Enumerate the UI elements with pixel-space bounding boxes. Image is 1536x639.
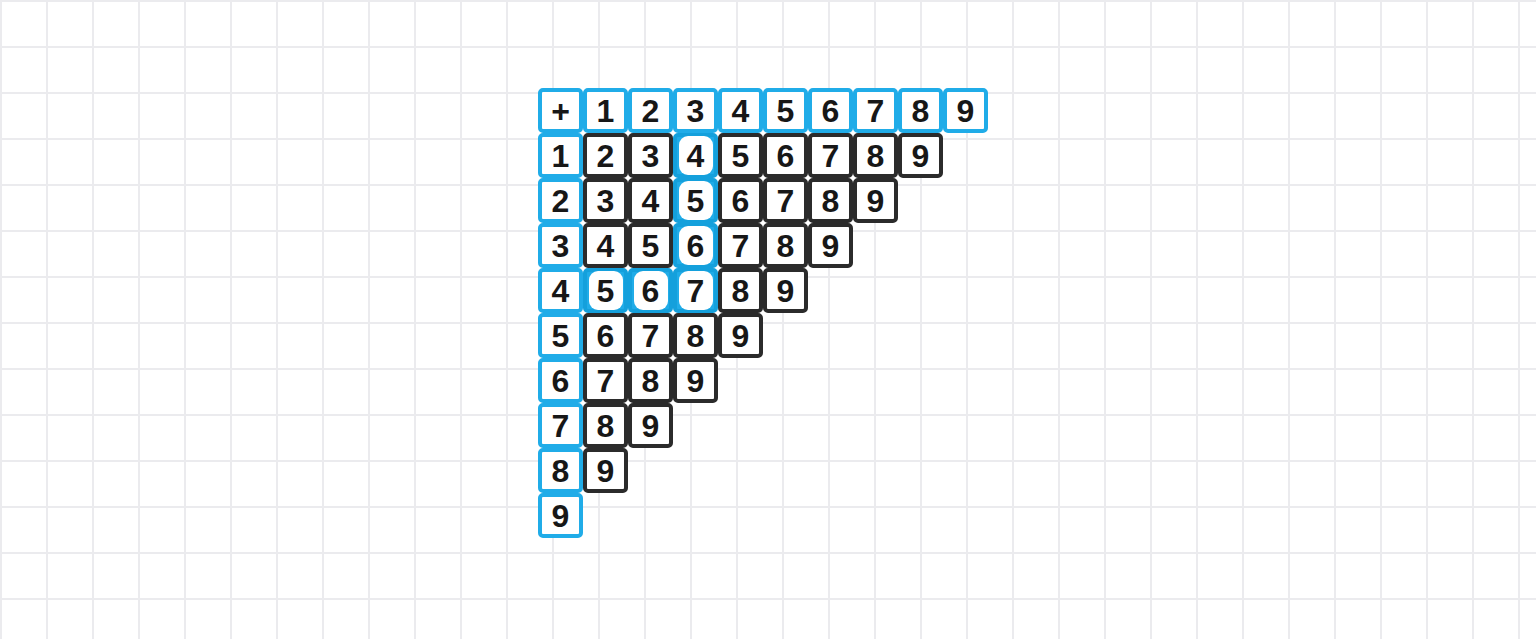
sum-cell-r4c4: 8 [718,268,763,313]
sum-cell-r5c2: 7 [628,313,673,358]
header-cell-r0c8: 8 [898,88,943,133]
sum-cell-r2c2: 4 [628,178,673,223]
digit-sticker: 5 [589,271,623,310]
header-cell-r0c9: 9 [943,88,988,133]
highlighted-sum-cell-r2c3: 5 [673,178,718,223]
header-cell-r4c0: 4 [538,268,583,313]
header-cell-r0c2: 2 [628,88,673,133]
header-cell-r0c6: 6 [808,88,853,133]
digit-sticker: 4 [679,136,713,175]
sum-cell-r3c5: 8 [763,223,808,268]
highlighted-sum-cell-r4c2: 6 [628,268,673,313]
sum-cell-r1c4: 5 [718,133,763,178]
sum-cell-r1c2: 3 [628,133,673,178]
sum-cell-r4c5: 9 [763,268,808,313]
header-cell-r0c5: 5 [763,88,808,133]
sum-cell-r1c7: 8 [853,133,898,178]
sum-cell-r6c1: 7 [583,358,628,403]
header-cell-r3c0: 3 [538,223,583,268]
sum-cell-r2c5: 7 [763,178,808,223]
digit-sticker: 6 [679,226,713,265]
plus-operator-cell: + [538,88,583,133]
graph-paper-background: +123456789123456789234567893456789456789… [0,0,1536,639]
sum-cell-r3c4: 7 [718,223,763,268]
sum-cell-r8c1: 9 [583,448,628,493]
sum-cell-r2c1: 3 [583,178,628,223]
header-cell-r0c1: 1 [583,88,628,133]
highlighted-sum-cell-r1c3: 4 [673,133,718,178]
header-cell-r5c0: 5 [538,313,583,358]
digit-sticker: 6 [634,271,668,310]
sum-cell-r3c1: 4 [583,223,628,268]
digit-sticker: 5 [679,181,713,220]
sum-cell-r7c1: 8 [583,403,628,448]
header-cell-r9c0: 9 [538,493,583,538]
sum-cell-r1c6: 7 [808,133,853,178]
header-cell-r0c4: 4 [718,88,763,133]
header-cell-r2c0: 2 [538,178,583,223]
sum-cell-r6c2: 8 [628,358,673,403]
header-cell-r6c0: 6 [538,358,583,403]
sum-cell-r3c6: 9 [808,223,853,268]
header-cell-r1c0: 1 [538,133,583,178]
header-cell-r0c7: 7 [853,88,898,133]
sum-cell-r5c3: 8 [673,313,718,358]
header-cell-r7c0: 7 [538,403,583,448]
digit-sticker: 7 [679,271,713,310]
header-cell-r8c0: 8 [538,448,583,493]
sum-cell-r2c4: 6 [718,178,763,223]
sum-cell-r3c2: 5 [628,223,673,268]
sum-cell-r1c8: 9 [898,133,943,178]
header-cell-r0c3: 3 [673,88,718,133]
sum-cell-r1c1: 2 [583,133,628,178]
sum-cell-r5c4: 9 [718,313,763,358]
highlighted-sum-cell-r3c3: 6 [673,223,718,268]
sum-cell-r5c1: 6 [583,313,628,358]
sum-cell-r6c3: 9 [673,358,718,403]
sum-cell-r1c5: 6 [763,133,808,178]
highlighted-sum-cell-r4c3: 7 [673,268,718,313]
sum-cell-r7c2: 9 [628,403,673,448]
addition-table: +123456789123456789234567893456789456789… [538,88,993,543]
sum-cell-r2c7: 9 [853,178,898,223]
highlighted-sum-cell-r4c1: 5 [583,268,628,313]
sum-cell-r2c6: 8 [808,178,853,223]
